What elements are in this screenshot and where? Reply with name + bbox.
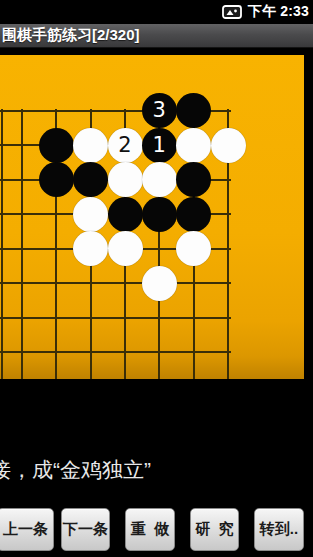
black-stone	[176, 93, 211, 128]
next-problem-button[interactable]: 下一条	[61, 508, 110, 551]
white-stone	[108, 231, 143, 266]
black-stone-move-1: 1	[142, 128, 177, 163]
black-stone	[73, 162, 108, 197]
previous-problem-button[interactable]: 上一条	[0, 508, 54, 551]
goto-button[interactable]: 转到..	[254, 508, 304, 551]
white-stone	[73, 231, 108, 266]
white-stone	[73, 128, 108, 163]
study-button[interactable]: 研 究	[190, 508, 239, 551]
black-stone	[176, 197, 211, 232]
white-stone	[211, 128, 246, 163]
white-stone	[142, 162, 177, 197]
grid-line-horizontal	[0, 282, 231, 284]
right-edge-strip	[304, 48, 313, 557]
grid-line-vertical	[21, 109, 23, 379]
black-stone-move-3: 3	[142, 93, 177, 128]
black-stone	[39, 128, 74, 163]
black-stone	[142, 197, 177, 232]
black-stone	[39, 162, 74, 197]
white-stone	[142, 266, 177, 301]
redo-button[interactable]: 重 做	[125, 508, 175, 551]
white-stone	[176, 231, 211, 266]
grid-line-vertical	[1, 109, 3, 379]
grid-line-horizontal	[0, 317, 231, 319]
black-stone	[108, 197, 143, 232]
white-stone	[108, 162, 143, 197]
grid-line-horizontal	[0, 351, 231, 353]
white-stone	[73, 197, 108, 232]
white-stone-move-2: 2	[108, 128, 143, 163]
problem-description: 接，成“金鸡独立”	[0, 456, 151, 484]
white-stone	[176, 128, 211, 163]
black-stone	[176, 162, 211, 197]
app-screen: 下午 2:33 围棋手筋练习[2/320] 321 接，成“金鸡独立” 上一条 …	[0, 0, 313, 557]
